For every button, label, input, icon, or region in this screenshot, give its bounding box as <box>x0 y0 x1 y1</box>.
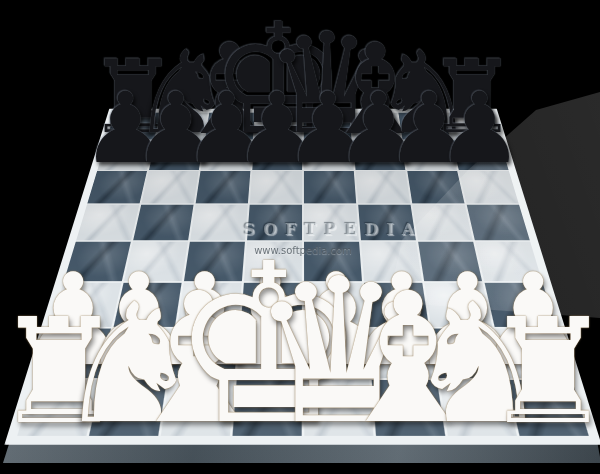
square-b3[interactable] <box>114 283 182 327</box>
square-e6[interactable] <box>304 171 356 203</box>
square-c2[interactable] <box>169 329 238 379</box>
square-a4[interactable] <box>64 242 131 282</box>
square-h1[interactable] <box>507 380 589 436</box>
square-f1[interactable] <box>372 380 446 436</box>
square-c7[interactable] <box>201 141 253 170</box>
square-f2[interactable] <box>368 329 437 379</box>
square-c4[interactable] <box>184 242 245 282</box>
square-g1[interactable] <box>439 380 517 436</box>
watermark-softpedia: SOFTPEDIA <box>238 220 428 239</box>
square-d6[interactable] <box>250 171 302 203</box>
square-e7[interactable] <box>304 141 354 170</box>
square-d3[interactable] <box>241 283 302 327</box>
square-h4[interactable] <box>475 242 542 282</box>
square-a6[interactable] <box>87 171 147 203</box>
square-f7[interactable] <box>353 141 405 170</box>
square-b4[interactable] <box>124 242 188 282</box>
square-d2[interactable] <box>237 329 302 379</box>
square-g8[interactable] <box>398 113 450 140</box>
square-c8[interactable] <box>205 113 255 140</box>
watermark-url: www.softpedia.com <box>253 245 353 256</box>
board-grid <box>17 113 589 436</box>
square-b8[interactable] <box>156 113 208 140</box>
square-e1[interactable] <box>304 380 373 436</box>
square-h2[interactable] <box>495 329 571 379</box>
square-h8[interactable] <box>446 113 500 140</box>
square-g2[interactable] <box>431 329 504 379</box>
square-f4[interactable] <box>361 242 422 282</box>
square-d1[interactable] <box>232 380 301 436</box>
square-e3[interactable] <box>304 283 365 327</box>
square-g4[interactable] <box>418 242 482 282</box>
square-h3[interactable] <box>485 283 556 327</box>
square-f3[interactable] <box>364 283 429 327</box>
square-h5[interactable] <box>467 205 530 241</box>
square-c3[interactable] <box>177 283 242 327</box>
game-scene: ♜♞♝♚♛♝♞♜♟♟♟♟♟♟♟♟♟♟♟♟♟♟♟♟♜♞♝♚♛♝♞♜ SOFTPED… <box>0 0 600 474</box>
square-b7[interactable] <box>149 141 203 170</box>
square-h7[interactable] <box>452 141 509 170</box>
square-a7[interactable] <box>97 141 154 170</box>
square-f6[interactable] <box>356 171 411 203</box>
square-d7[interactable] <box>252 141 302 170</box>
square-a8[interactable] <box>107 113 161 140</box>
square-a1[interactable] <box>17 380 99 436</box>
square-f8[interactable] <box>351 113 401 140</box>
square-b1[interactable] <box>89 380 167 436</box>
square-b2[interactable] <box>102 329 175 379</box>
square-a5[interactable] <box>76 205 139 241</box>
square-e8[interactable] <box>304 113 352 140</box>
chess-board <box>4 109 600 445</box>
square-g7[interactable] <box>403 141 457 170</box>
square-c6[interactable] <box>196 171 251 203</box>
square-h6[interactable] <box>459 171 519 203</box>
square-c1[interactable] <box>161 380 235 436</box>
square-b6[interactable] <box>141 171 198 203</box>
square-a2[interactable] <box>35 329 111 379</box>
square-d8[interactable] <box>255 113 303 140</box>
square-e2[interactable] <box>304 329 369 379</box>
square-a3[interactable] <box>50 283 121 327</box>
square-g3[interactable] <box>424 283 492 327</box>
square-b5[interactable] <box>133 205 193 241</box>
square-g6[interactable] <box>407 171 464 203</box>
